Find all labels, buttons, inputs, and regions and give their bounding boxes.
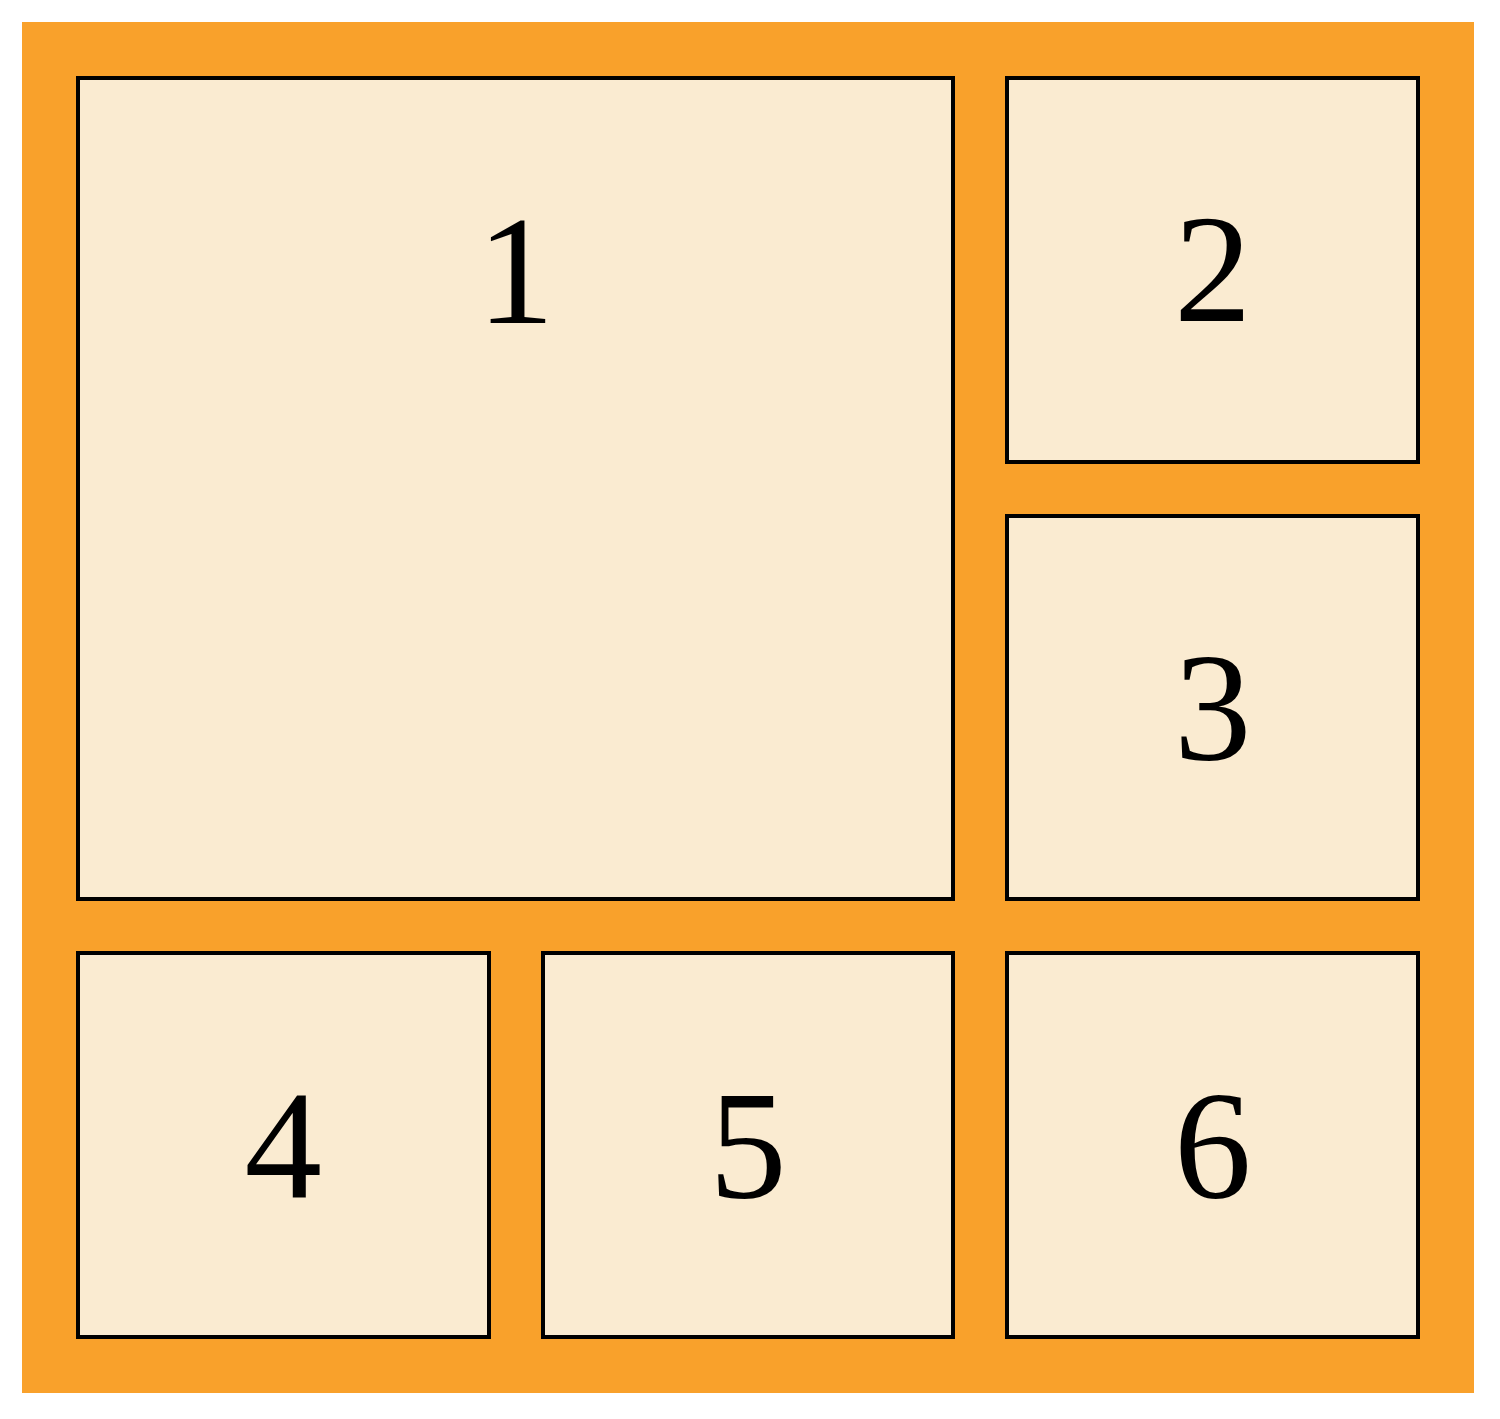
grid-item-4-number: 4	[245, 955, 323, 1335]
grid-item-2-number: 2	[1174, 80, 1252, 460]
grid-item-1-number: 1	[477, 80, 555, 464]
grid-board: 1 2 3 4 5 6	[22, 22, 1474, 1393]
grid-item-3-number: 3	[1174, 518, 1252, 898]
grid-item-6: 6	[1005, 951, 1420, 1339]
grid-item-3: 3	[1005, 514, 1420, 902]
grid-item-2: 2	[1005, 76, 1420, 464]
grid-item-5-number: 5	[709, 955, 787, 1335]
grid-item-6-number: 6	[1174, 955, 1252, 1335]
grid-item-5: 5	[541, 951, 956, 1339]
grid-item-4: 4	[76, 951, 491, 1339]
grid-item-1: 1	[76, 76, 955, 901]
